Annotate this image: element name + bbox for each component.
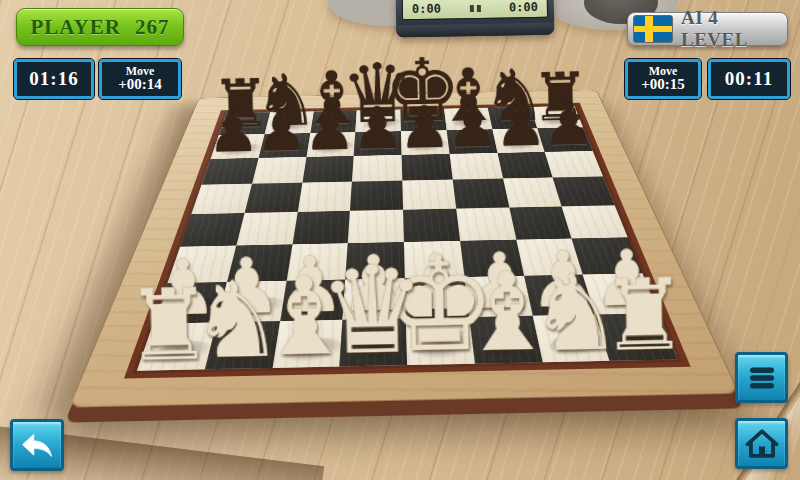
square-e5[interactable] — [402, 180, 456, 210]
menu-icon — [744, 360, 780, 396]
home-button[interactable] — [735, 418, 788, 469]
piece-black-pawn[interactable]: ♟ — [351, 101, 404, 157]
game-scene: 0:00 0:00 ♜♞♝♛♚♝♞♜♟♟♟♟♟♟♟♟♟♟♟♟♟♟♟♟♜♞♝♛♚♝… — [0, 0, 800, 480]
ai-move-increment-value: +00:15 — [641, 77, 685, 93]
menu-button[interactable] — [735, 352, 788, 403]
player-move-increment-value: +00:14 — [118, 77, 162, 93]
square-g7[interactable]: ♟ — [492, 128, 545, 152]
square-d5[interactable] — [350, 181, 403, 211]
square-f6[interactable] — [449, 153, 502, 180]
square-d6[interactable] — [352, 155, 402, 182]
square-h5[interactable] — [553, 177, 615, 207]
square-c6[interactable] — [302, 156, 354, 183]
square-b1[interactable]: ♞ — [205, 321, 280, 369]
player-name-button[interactable]: PLAYER 267 — [16, 8, 184, 46]
square-g6[interactable] — [497, 152, 553, 179]
player-clock-box: 01:16 — [14, 59, 94, 99]
piece-black-pawn[interactable]: ♟ — [303, 102, 356, 158]
square-c7[interactable]: ♟ — [306, 132, 355, 157]
square-e6[interactable] — [402, 154, 453, 181]
square-f7[interactable]: ♟ — [446, 129, 497, 154]
board-grid: ♜♞♝♛♚♝♞♜♟♟♟♟♟♟♟♟♟♟♟♟♟♟♟♟♜♞♝♛♚♝♞♜ — [132, 105, 682, 374]
square-b6[interactable] — [252, 157, 306, 184]
ai-clock-value: 00:11 — [725, 69, 773, 89]
square-a1[interactable]: ♜ — [137, 323, 216, 371]
square-c5[interactable] — [297, 182, 352, 212]
square-g1[interactable]: ♞ — [532, 315, 609, 363]
undo-button[interactable] — [10, 419, 64, 471]
ai-level-button[interactable]: AI 4 LEVEL — [627, 12, 788, 46]
square-d1[interactable]: ♛ — [340, 319, 408, 367]
player-move-increment-box: Move +00:14 — [99, 59, 181, 99]
chess-board: ♜♞♝♛♚♝♞♜♟♟♟♟♟♟♟♟♟♟♟♟♟♟♟♟♜♞♝♛♚♝♞♜ — [68, 90, 740, 408]
ai-move-increment-box: Move +00:15 — [625, 59, 701, 99]
square-b5[interactable] — [244, 183, 302, 213]
square-h6[interactable] — [545, 151, 603, 178]
player-clock-value: 01:16 — [29, 69, 78, 89]
ai-level-label: AI 4 LEVEL — [681, 7, 787, 51]
square-b7[interactable]: ♟ — [258, 133, 310, 158]
piece-white-rook[interactable]: ♜ — [125, 278, 214, 372]
board-perspective-wrap: ♜♞♝♛♚♝♞♜♟♟♟♟♟♟♟♟♟♟♟♟♟♟♟♟♜♞♝♛♚♝♞♜ — [145, 0, 655, 463]
piece-black-pawn[interactable]: ♟ — [255, 103, 308, 159]
square-h7[interactable]: ♟ — [537, 127, 592, 151]
square-f5[interactable] — [452, 179, 508, 209]
piece-black-pawn[interactable]: ♟ — [542, 97, 595, 153]
square-a6[interactable] — [202, 158, 259, 185]
square-e7[interactable]: ♟ — [401, 130, 449, 155]
piece-black-pawn[interactable]: ♟ — [446, 99, 499, 155]
home-icon — [743, 425, 781, 463]
piece-black-pawn[interactable]: ♟ — [494, 98, 547, 154]
piece-white-rook[interactable]: ♜ — [599, 268, 688, 362]
ai-clock-box: 00:11 — [708, 59, 790, 99]
piece-white-queen[interactable]: ♛ — [317, 252, 428, 369]
piece-black-pawn[interactable]: ♟ — [398, 100, 451, 156]
square-h1[interactable]: ♜ — [595, 313, 677, 360]
sweden-flag-icon — [633, 15, 673, 43]
piece-black-pawn[interactable]: ♟ — [207, 104, 260, 160]
undo-arrow-icon — [18, 426, 56, 464]
square-g5[interactable] — [503, 178, 562, 208]
square-d7[interactable]: ♟ — [354, 131, 402, 156]
player-name-label: PLAYER 267 — [30, 15, 169, 40]
square-a5[interactable] — [191, 184, 251, 214]
